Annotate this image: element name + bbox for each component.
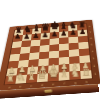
file-label-e: e (48, 82, 59, 86)
file-label-b: b (15, 84, 26, 88)
piece-black-pawn-g7[interactable]: ♟ (68, 29, 77, 36)
chess-set-photo: ♜♞♝♛♚♝♞♜♟♟♟♟♟♟♟♟♟♟♟♟♟♟♟♟♜♞♝♛♚♝♞♜ abcdefg… (0, 0, 100, 100)
brass-clasp-icon (44, 89, 52, 93)
piece-white-king-e1[interactable]: ♚ (48, 67, 59, 80)
square-e1[interactable]: ♚ (48, 73, 59, 82)
board-grid: ♜♞♝♛♚♝♞♜♟♟♟♟♟♟♟♟♟♟♟♟♟♟♟♟♜♞♝♛♚♝♞♜ (5, 24, 92, 84)
piece-black-pawn-a7[interactable]: ♟ (13, 34, 22, 41)
piece-black-pawn-h7[interactable]: ♟ (78, 28, 87, 35)
board-frame: ♜♞♝♛♚♝♞♜♟♟♟♟♟♟♟♟♟♟♟♟♟♟♟♟♜♞♝♛♚♝♞♜ abcdefg… (0, 20, 100, 91)
piece-white-knight-b1[interactable]: ♞ (15, 72, 26, 82)
file-label-c: c (26, 83, 37, 87)
piece-black-pawn-c7[interactable]: ♟ (31, 32, 40, 39)
rank-label-1: 1 (92, 70, 100, 79)
chess-board: ♜♞♝♛♚♝♞♜♟♟♟♟♟♟♟♟♟♟♟♟♟♟♟♟♜♞♝♛♚♝♞♜ abcdefg… (0, 20, 100, 91)
piece-black-pawn-d7[interactable]: ♟ (40, 31, 49, 38)
piece-white-queen-d1[interactable]: ♛ (37, 69, 48, 81)
piece-white-knight-g1[interactable]: ♞ (70, 68, 81, 79)
piece-white-bishop-f1[interactable]: ♝ (59, 68, 70, 79)
piece-white-rook-h1[interactable]: ♜ (81, 68, 92, 77)
scene: ♜♞♝♛♚♝♞♜♟♟♟♟♟♟♟♟♟♟♟♟♟♟♟♟♜♞♝♛♚♝♞♜ abcdefg… (0, 0, 100, 100)
file-label-h: h (81, 80, 93, 84)
square-g1[interactable]: ♞ (69, 71, 80, 80)
piece-black-pawn-b7[interactable]: ♟ (22, 33, 31, 40)
square-h1[interactable]: ♜ (80, 70, 92, 79)
square-c6[interactable] (30, 40, 40, 47)
file-label-a: a (4, 85, 15, 89)
piece-black-pawn-f7[interactable]: ♟ (59, 30, 68, 37)
file-label-f: f (59, 81, 70, 85)
square-d1[interactable]: ♛ (37, 73, 48, 82)
square-d4[interactable] (39, 52, 49, 60)
square-c5[interactable] (30, 46, 40, 53)
square-d6[interactable] (40, 39, 50, 46)
piece-white-rook-a1[interactable]: ♜ (5, 74, 16, 83)
file-label-d: d (37, 83, 48, 87)
piece-black-pawn-e7[interactable]: ♟ (50, 31, 59, 38)
file-label-g: g (70, 80, 81, 84)
square-a5[interactable] (10, 47, 21, 54)
square-h5[interactable] (78, 42, 88, 49)
piece-white-bishop-c1[interactable]: ♝ (26, 71, 37, 82)
square-f1[interactable]: ♝ (59, 72, 70, 81)
